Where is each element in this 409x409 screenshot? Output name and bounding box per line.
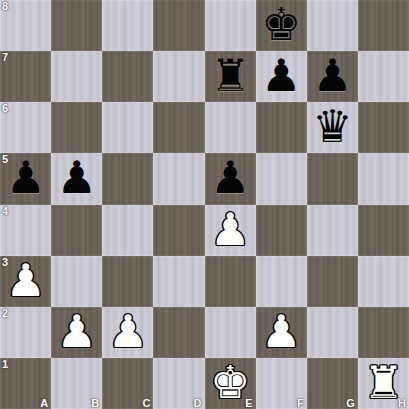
rank-label-8: 8 bbox=[2, 0, 8, 12]
square-f5[interactable] bbox=[256, 153, 307, 204]
square-c1[interactable]: C bbox=[102, 358, 153, 409]
file-label-f: F bbox=[297, 397, 304, 409]
square-d6[interactable] bbox=[153, 102, 204, 153]
square-d1[interactable]: D bbox=[153, 358, 204, 409]
square-h2[interactable] bbox=[358, 307, 409, 358]
piece-black-queen[interactable]: ♛ bbox=[312, 102, 352, 152]
square-e1[interactable]: E♚ bbox=[205, 358, 256, 409]
square-f2[interactable]: ♟ bbox=[256, 307, 307, 358]
square-d5[interactable] bbox=[153, 153, 204, 204]
square-c3[interactable] bbox=[102, 256, 153, 307]
piece-black-pawn[interactable]: ♟ bbox=[210, 153, 250, 203]
rank-label-2: 2 bbox=[2, 307, 8, 319]
piece-white-rook[interactable]: ♜ bbox=[363, 358, 403, 408]
square-g1[interactable]: G bbox=[307, 358, 358, 409]
square-d7[interactable] bbox=[153, 51, 204, 102]
square-c8[interactable] bbox=[102, 0, 153, 51]
square-a2[interactable]: 2 bbox=[0, 307, 51, 358]
square-b6[interactable] bbox=[51, 102, 102, 153]
square-g5[interactable] bbox=[307, 153, 358, 204]
piece-black-pawn[interactable]: ♟ bbox=[57, 153, 97, 203]
piece-black-pawn[interactable]: ♟ bbox=[5, 153, 45, 203]
square-g7[interactable]: ♟ bbox=[307, 51, 358, 102]
square-d2[interactable] bbox=[153, 307, 204, 358]
square-e2[interactable] bbox=[205, 307, 256, 358]
square-c4[interactable] bbox=[102, 205, 153, 256]
square-e5[interactable]: ♟ bbox=[205, 153, 256, 204]
piece-black-pawn[interactable]: ♟ bbox=[261, 51, 301, 101]
square-b4[interactable] bbox=[51, 205, 102, 256]
square-b2[interactable]: ♟ bbox=[51, 307, 102, 358]
square-c6[interactable] bbox=[102, 102, 153, 153]
square-h6[interactable] bbox=[358, 102, 409, 153]
square-a6[interactable]: 6 bbox=[0, 102, 51, 153]
square-f4[interactable] bbox=[256, 205, 307, 256]
rank-label-4: 4 bbox=[2, 205, 8, 217]
square-b5[interactable]: ♟ bbox=[51, 153, 102, 204]
square-f6[interactable] bbox=[256, 102, 307, 153]
file-label-g: G bbox=[346, 397, 355, 409]
file-label-a: A bbox=[40, 397, 48, 409]
piece-white-pawn[interactable]: ♟ bbox=[57, 307, 97, 357]
square-e7[interactable]: ♜ bbox=[205, 51, 256, 102]
square-c7[interactable] bbox=[102, 51, 153, 102]
square-h1[interactable]: H♜ bbox=[358, 358, 409, 409]
square-b8[interactable] bbox=[51, 0, 102, 51]
rank-label-7: 7 bbox=[2, 51, 8, 63]
square-g8[interactable] bbox=[307, 0, 358, 51]
square-d8[interactable] bbox=[153, 0, 204, 51]
square-h5[interactable] bbox=[358, 153, 409, 204]
piece-white-pawn[interactable]: ♟ bbox=[5, 256, 45, 306]
piece-white-pawn[interactable]: ♟ bbox=[108, 307, 148, 357]
square-h8[interactable] bbox=[358, 0, 409, 51]
square-b3[interactable] bbox=[51, 256, 102, 307]
square-f1[interactable]: F bbox=[256, 358, 307, 409]
square-a3[interactable]: 3♟ bbox=[0, 256, 51, 307]
square-a4[interactable]: 4 bbox=[0, 205, 51, 256]
square-h7[interactable] bbox=[358, 51, 409, 102]
square-b7[interactable] bbox=[51, 51, 102, 102]
square-h4[interactable] bbox=[358, 205, 409, 256]
square-e8[interactable] bbox=[205, 0, 256, 51]
square-d3[interactable] bbox=[153, 256, 204, 307]
piece-black-pawn[interactable]: ♟ bbox=[312, 51, 352, 101]
square-e3[interactable] bbox=[205, 256, 256, 307]
square-a7[interactable]: 7 bbox=[0, 51, 51, 102]
square-b1[interactable]: B bbox=[51, 358, 102, 409]
file-label-b: B bbox=[91, 397, 99, 409]
square-e4[interactable]: ♟ bbox=[205, 205, 256, 256]
rank-label-6: 6 bbox=[2, 102, 8, 114]
square-d4[interactable] bbox=[153, 205, 204, 256]
square-c5[interactable] bbox=[102, 153, 153, 204]
square-a1[interactable]: 1A bbox=[0, 358, 51, 409]
square-g6[interactable]: ♛ bbox=[307, 102, 358, 153]
square-a8[interactable]: 8 bbox=[0, 0, 51, 51]
square-a5[interactable]: 5♟ bbox=[0, 153, 51, 204]
square-h3[interactable] bbox=[358, 256, 409, 307]
square-f3[interactable] bbox=[256, 256, 307, 307]
rank-label-1: 1 bbox=[2, 358, 8, 370]
chess-board: 8♚7♜♟♟6♛5♟♟♟4♟3♟2♟♟♟1ABCDE♚FGH♜ bbox=[0, 0, 409, 409]
piece-white-pawn[interactable]: ♟ bbox=[210, 205, 250, 255]
piece-white-pawn[interactable]: ♟ bbox=[261, 307, 301, 357]
file-label-c: C bbox=[142, 397, 150, 409]
square-f7[interactable]: ♟ bbox=[256, 51, 307, 102]
square-e6[interactable] bbox=[205, 102, 256, 153]
piece-white-king[interactable]: ♚ bbox=[210, 358, 250, 408]
piece-black-king[interactable]: ♚ bbox=[261, 0, 301, 50]
piece-black-rook[interactable]: ♜ bbox=[210, 51, 250, 101]
square-g4[interactable] bbox=[307, 205, 358, 256]
square-g3[interactable] bbox=[307, 256, 358, 307]
file-label-d: D bbox=[194, 397, 202, 409]
square-c2[interactable]: ♟ bbox=[102, 307, 153, 358]
square-f8[interactable]: ♚ bbox=[256, 0, 307, 51]
square-g2[interactable] bbox=[307, 307, 358, 358]
